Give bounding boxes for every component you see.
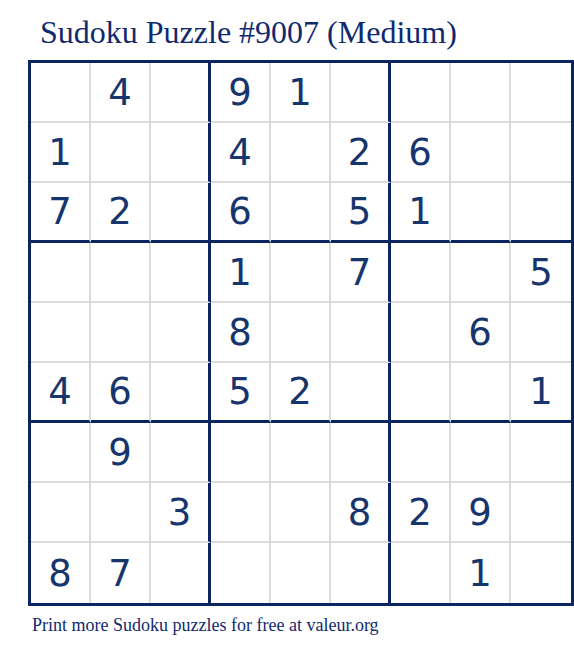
cell-r3c7[interactable]: 1 (391, 183, 451, 243)
cell-r6c6[interactable] (331, 363, 391, 423)
cell-r8c3[interactable]: 3 (151, 483, 211, 543)
cell-r5c1[interactable] (31, 303, 91, 363)
cell-r8c5[interactable] (271, 483, 331, 543)
cell-r6c5[interactable]: 2 (271, 363, 331, 423)
cell-r6c2[interactable]: 6 (91, 363, 151, 423)
cell-r5c5[interactable] (271, 303, 331, 363)
cell-r8c4[interactable] (211, 483, 271, 543)
cell-r1c4[interactable]: 9 (211, 63, 271, 123)
cell-r9c4[interactable] (211, 543, 271, 603)
cell-r9c3[interactable] (151, 543, 211, 603)
cell-r7c3[interactable] (151, 423, 211, 483)
cell-r1c6[interactable] (331, 63, 391, 123)
cell-r6c7[interactable] (391, 363, 451, 423)
cell-r5c3[interactable] (151, 303, 211, 363)
cell-r1c1[interactable] (31, 63, 91, 123)
cell-r8c9[interactable] (511, 483, 571, 543)
cell-r2c7[interactable]: 6 (391, 123, 451, 183)
cell-r5c6[interactable] (331, 303, 391, 363)
footer-text: Print more Sudoku puzzles for free at va… (32, 615, 379, 636)
cell-r9c6[interactable] (331, 543, 391, 603)
cell-r3c8[interactable] (451, 183, 511, 243)
cell-r4c2[interactable] (91, 243, 151, 303)
cell-r4c7[interactable] (391, 243, 451, 303)
cell-r3c6[interactable]: 5 (331, 183, 391, 243)
cell-r4c1[interactable] (31, 243, 91, 303)
cell-r4c3[interactable] (151, 243, 211, 303)
cell-r9c8[interactable]: 1 (451, 543, 511, 603)
cell-r7c1[interactable] (31, 423, 91, 483)
cell-r1c5[interactable]: 1 (271, 63, 331, 123)
cell-r2c9[interactable] (511, 123, 571, 183)
cell-r7c8[interactable] (451, 423, 511, 483)
cell-r9c1[interactable]: 8 (31, 543, 91, 603)
cell-r5c7[interactable] (391, 303, 451, 363)
cell-r3c1[interactable]: 7 (31, 183, 91, 243)
cell-r2c4[interactable]: 4 (211, 123, 271, 183)
cell-r9c5[interactable] (271, 543, 331, 603)
cell-r2c1[interactable]: 1 (31, 123, 91, 183)
cell-r2c8[interactable] (451, 123, 511, 183)
cell-r8c8[interactable]: 9 (451, 483, 511, 543)
cell-r4c8[interactable] (451, 243, 511, 303)
cell-r3c5[interactable] (271, 183, 331, 243)
cell-r9c2[interactable]: 7 (91, 543, 151, 603)
cell-r6c1[interactable]: 4 (31, 363, 91, 423)
cell-r7c4[interactable] (211, 423, 271, 483)
cell-r2c2[interactable] (91, 123, 151, 183)
cell-r3c2[interactable]: 2 (91, 183, 151, 243)
cell-r6c3[interactable] (151, 363, 211, 423)
cell-r1c3[interactable] (151, 63, 211, 123)
cell-r3c9[interactable] (511, 183, 571, 243)
cell-r7c6[interactable] (331, 423, 391, 483)
cell-r6c4[interactable]: 5 (211, 363, 271, 423)
cell-r8c2[interactable] (91, 483, 151, 543)
cell-r4c6[interactable]: 7 (331, 243, 391, 303)
cell-r3c3[interactable] (151, 183, 211, 243)
cell-r4c9[interactable]: 5 (511, 243, 571, 303)
cell-r7c7[interactable] (391, 423, 451, 483)
cell-r2c3[interactable] (151, 123, 211, 183)
cell-r5c9[interactable] (511, 303, 571, 363)
cell-r6c8[interactable] (451, 363, 511, 423)
cell-r7c2[interactable]: 9 (91, 423, 151, 483)
cell-r1c9[interactable] (511, 63, 571, 123)
cell-r5c8[interactable]: 6 (451, 303, 511, 363)
cell-r4c4[interactable]: 1 (211, 243, 271, 303)
cell-r2c6[interactable]: 2 (331, 123, 391, 183)
cell-r3c4[interactable]: 6 (211, 183, 271, 243)
cell-r5c2[interactable] (91, 303, 151, 363)
cell-r5c4[interactable]: 8 (211, 303, 271, 363)
cell-r1c2[interactable]: 4 (91, 63, 151, 123)
page-title: Sudoku Puzzle #9007 (Medium) (40, 14, 457, 51)
cell-r9c9[interactable] (511, 543, 571, 603)
cell-r8c1[interactable] (31, 483, 91, 543)
cell-r8c6[interactable]: 8 (331, 483, 391, 543)
cell-r9c7[interactable] (391, 543, 451, 603)
cell-r1c7[interactable] (391, 63, 451, 123)
cell-r2c5[interactable] (271, 123, 331, 183)
cell-r1c8[interactable] (451, 63, 511, 123)
cell-r4c5[interactable] (271, 243, 331, 303)
cell-r7c5[interactable] (271, 423, 331, 483)
sudoku-board: 491142672651175864652193829871 (28, 60, 574, 606)
cell-r7c9[interactable] (511, 423, 571, 483)
cell-r6c9[interactable]: 1 (511, 363, 571, 423)
cell-r8c7[interactable]: 2 (391, 483, 451, 543)
